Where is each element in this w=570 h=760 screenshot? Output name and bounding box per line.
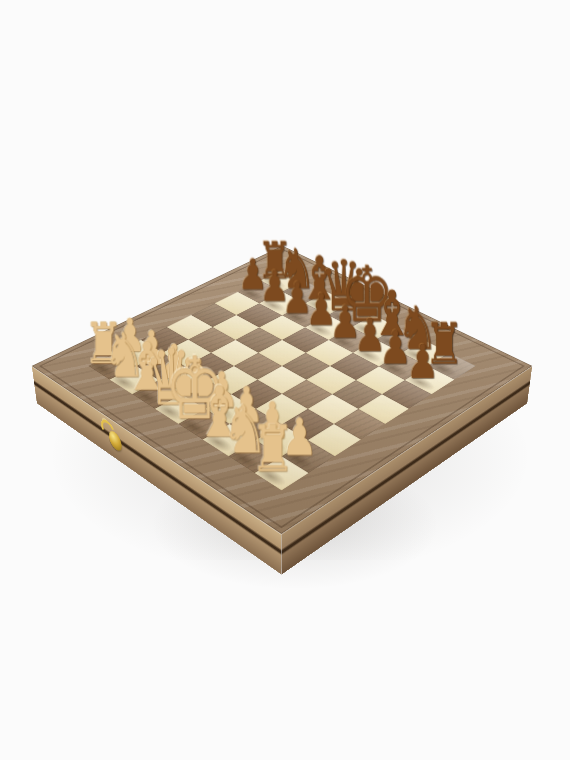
rook-glyph: ♜ (227, 419, 318, 479)
scene: ♜♞♝♛♚♝♞♜♟♟♟♟♟♟♟♟♟♟♟♟♟♟♟♟♜♞♝♛♚♝♞♜ (0, 0, 570, 760)
clasp-plate (108, 428, 122, 454)
piece-black-pawn-h7: ♟ (405, 366, 454, 394)
pawn-glyph: ♟ (381, 340, 463, 385)
chess-board-box: ♜♞♝♛♚♝♞♜♟♟♟♟♟♟♟♟♟♟♟♟♟♟♟♟♜♞♝♛♚♝♞♜ (32, 246, 533, 534)
piece-white-rook-h1: ♜ (254, 456, 309, 490)
brass-clasp (106, 425, 123, 455)
product-photo-chess-set: ♜♞♝♛♚♝♞♜♟♟♟♟♟♟♟♟♟♟♟♟♟♟♟♟♜♞♝♛♚♝♞♜ (0, 0, 570, 760)
